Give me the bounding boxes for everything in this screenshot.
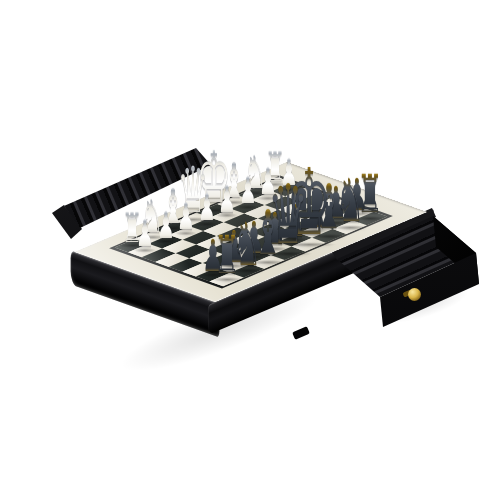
white-pawn: ♟ [136, 217, 154, 254]
white-pawn: ♟ [198, 190, 216, 227]
white-pawn: ♟ [177, 199, 195, 236]
black-rook: ♜ [214, 230, 240, 283]
pieces-layer: ♜♞♝♛♚♝♞♜♟♟♟♟♟♟♟♟♟♟♟♟♟♟♟♟♜♞♝♛♚♝♞♜ [0, 0, 500, 500]
chess-set-photo: ♜♞♝♛♚♝♞♜♟♟♟♟♟♟♟♟♟♟♟♟♟♟♟♟♜♞♝♛♚♝♞♜ [0, 0, 500, 500]
white-pawn: ♟ [157, 208, 175, 245]
